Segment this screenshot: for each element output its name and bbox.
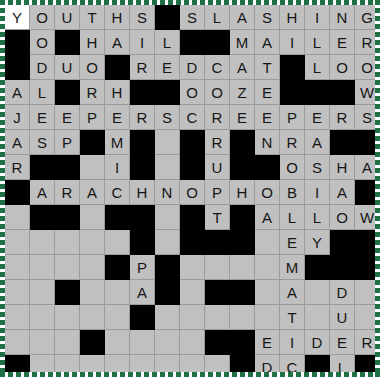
cell-r1c6[interactable]: S <box>130 5 155 30</box>
cell-r1c3[interactable]: U <box>55 5 80 30</box>
cell-r4c2[interactable]: L <box>30 80 55 105</box>
cell-r4c12[interactable] <box>280 80 305 105</box>
cell-r4c7[interactable] <box>155 80 180 105</box>
cell-r11c12[interactable]: M <box>280 255 305 280</box>
cell-r5c11[interactable]: E <box>255 105 280 130</box>
cell-r1c13[interactable]: I <box>305 5 330 30</box>
cell-r9c1[interactable] <box>5 205 30 230</box>
cell-r10c7[interactable] <box>155 230 180 255</box>
cell-r6c12[interactable]: R <box>280 130 305 155</box>
cell-r4c6[interactable] <box>130 80 155 105</box>
cell-r7c2[interactable] <box>30 155 55 180</box>
cell-r6c10[interactable] <box>230 130 255 155</box>
cell-r11c11[interactable] <box>255 255 280 280</box>
cell-r14c11[interactable]: E <box>255 330 280 355</box>
cell-r4c13[interactable] <box>305 80 330 105</box>
cell-r14c5[interactable] <box>105 330 130 355</box>
cell-r7c6[interactable] <box>130 155 155 180</box>
cell-r12c6[interactable]: A <box>130 280 155 305</box>
cell-r12c12[interactable]: A <box>280 280 305 305</box>
cell-r6c5[interactable]: M <box>105 130 130 155</box>
cell-r5c9[interactable]: R <box>205 105 230 130</box>
cell-r6c11[interactable]: N <box>255 130 280 155</box>
cell-r10c13[interactable]: Y <box>305 230 330 255</box>
cell-r8c5[interactable]: C <box>105 180 130 205</box>
cell-r1c11[interactable]: S <box>255 5 280 30</box>
cell-r1c12[interactable]: H <box>280 5 305 30</box>
cell-r3c11[interactable]: T <box>255 55 280 80</box>
cell-r4c3[interactable] <box>55 80 80 105</box>
cell-r2c5[interactable]: A <box>105 30 130 55</box>
cell-r3c7[interactable]: E <box>155 55 180 80</box>
cell-r11c13[interactable] <box>305 255 330 280</box>
cell-r10c6[interactable] <box>130 230 155 255</box>
selection-marquee-corner-bottomleft <box>0 372 5 377</box>
cell-r1c9[interactable]: L <box>205 5 230 30</box>
crossword-grid: YOUTHSSLASHINGOHAILMAILERDUOREDCATLOOALR… <box>5 5 380 379</box>
cell-r7c14[interactable]: H <box>330 155 355 180</box>
cell-r1c4[interactable]: T <box>80 5 105 30</box>
cell-r5c8[interactable]: C <box>180 105 205 130</box>
cell-r13c11[interactable] <box>255 305 280 330</box>
cell-r3c1[interactable] <box>5 55 30 80</box>
cell-r13c1[interactable] <box>5 305 30 330</box>
cell-r4c1[interactable]: A <box>5 80 30 105</box>
cell-r13c7[interactable] <box>155 305 180 330</box>
cell-r2c4[interactable]: H <box>80 30 105 55</box>
cell-r1c8[interactable]: S <box>180 5 205 30</box>
cell-r11c7[interactable] <box>155 255 180 280</box>
cell-r2c11[interactable]: A <box>255 30 280 55</box>
cell-r13c6[interactable] <box>130 305 155 330</box>
cell-r12c5[interactable] <box>105 280 130 305</box>
cell-r9c8[interactable] <box>180 205 205 230</box>
cell-r7c10[interactable] <box>230 155 255 180</box>
cell-r3c3[interactable]: U <box>55 55 80 80</box>
cell-r12c1[interactable] <box>5 280 30 305</box>
cell-r5c7[interactable]: S <box>155 105 180 130</box>
cell-r14c9[interactable] <box>205 330 230 355</box>
selection-marquee-left <box>0 0 5 379</box>
cell-r7c13[interactable]: S <box>305 155 330 180</box>
cell-r8c3[interactable]: R <box>55 180 80 205</box>
cell-r6c1[interactable]: A <box>5 130 30 155</box>
cell-r3c10[interactable]: A <box>230 55 255 80</box>
cell-r12c7[interactable] <box>155 280 180 305</box>
cell-r10c8[interactable] <box>180 230 205 255</box>
cell-r6c3[interactable]: P <box>55 130 80 155</box>
cell-r8c1[interactable] <box>5 180 30 205</box>
cell-r10c1[interactable] <box>5 230 30 255</box>
selection-marquee-corner-topright <box>375 0 380 5</box>
cell-r4c14[interactable] <box>330 80 355 105</box>
cell-r14c6[interactable] <box>130 330 155 355</box>
cell-r14c1[interactable] <box>5 330 30 355</box>
cell-r5c2[interactable]: E <box>30 105 55 130</box>
cell-r5c13[interactable]: E <box>305 105 330 130</box>
cell-r11c2[interactable] <box>30 255 55 280</box>
cell-r6c4[interactable] <box>80 130 105 155</box>
cell-r9c3[interactable] <box>55 205 80 230</box>
selection-marquee-corner-bottomright <box>375 372 380 377</box>
cell-r2c12[interactable]: I <box>280 30 305 55</box>
cell-r3c12[interactable] <box>280 55 305 80</box>
cell-r8c8[interactable]: O <box>180 180 205 205</box>
cell-r14c10[interactable] <box>230 330 255 355</box>
cell-r11c14[interactable] <box>330 255 355 280</box>
cell-r10c2[interactable] <box>30 230 55 255</box>
cell-r14c8[interactable] <box>180 330 205 355</box>
cell-r11c9[interactable] <box>205 255 230 280</box>
cell-r3c5[interactable] <box>105 55 130 80</box>
cell-r2c7[interactable]: L <box>155 30 180 55</box>
cell-r7c4[interactable] <box>80 155 105 180</box>
cell-r8c10[interactable]: H <box>230 180 255 205</box>
crossword-sheet: YOUTHSSLASHINGOHAILMAILERDUOREDCATLOOALR… <box>0 0 380 379</box>
cell-r9c4[interactable] <box>80 205 105 230</box>
cell-r8c7[interactable]: N <box>155 180 180 205</box>
cell-r6c7[interactable] <box>155 130 180 155</box>
cell-r10c12[interactable]: E <box>280 230 305 255</box>
cell-r7c7[interactable] <box>155 155 180 180</box>
cell-r8c11[interactable]: O <box>255 180 280 205</box>
cell-r3c14[interactable]: O <box>330 55 355 80</box>
cell-r7c9[interactable]: U <box>205 155 230 180</box>
cell-r8c9[interactable]: P <box>205 180 230 205</box>
cell-r4c8[interactable]: O <box>180 80 205 105</box>
cell-r10c9[interactable] <box>205 230 230 255</box>
cell-r7c8[interactable] <box>180 155 205 180</box>
cell-r11c6[interactable]: P <box>130 255 155 280</box>
cell-r5c10[interactable]: E <box>230 105 255 130</box>
cell-r5c6[interactable]: R <box>130 105 155 130</box>
cell-r6c13[interactable]: A <box>305 130 330 155</box>
cell-r10c11[interactable] <box>255 230 280 255</box>
cell-r5c12[interactable]: P <box>280 105 305 130</box>
cell-r6c14[interactable] <box>330 130 355 155</box>
cell-r7c11[interactable] <box>255 155 280 180</box>
cell-r1c1[interactable]: Y <box>5 5 30 30</box>
cell-r13c5[interactable] <box>105 305 130 330</box>
cell-r13c12[interactable]: T <box>280 305 305 330</box>
cell-r2c3[interactable] <box>55 30 80 55</box>
cell-r3c2[interactable]: D <box>30 55 55 80</box>
cell-r14c14[interactable]: E <box>330 330 355 355</box>
cell-r13c10[interactable] <box>230 305 255 330</box>
cell-r2c1[interactable] <box>5 30 30 55</box>
cell-r4c10[interactable]: Z <box>230 80 255 105</box>
cell-r8c12[interactable]: B <box>280 180 305 205</box>
cell-r11c4[interactable] <box>80 255 105 280</box>
cell-r11c1[interactable] <box>5 255 30 280</box>
cell-r6c8[interactable] <box>180 130 205 155</box>
cell-r4c9[interactable]: O <box>205 80 230 105</box>
cell-r9c7[interactable] <box>155 205 180 230</box>
cell-r7c3[interactable] <box>55 155 80 180</box>
cell-r12c8[interactable] <box>180 280 205 305</box>
cell-r7c12[interactable]: O <box>280 155 305 180</box>
cell-r12c14[interactable]: D <box>330 280 355 305</box>
cell-r13c13[interactable] <box>305 305 330 330</box>
cell-r2c6[interactable]: I <box>130 30 155 55</box>
cell-r3c8[interactable]: D <box>180 55 205 80</box>
cell-r9c13[interactable]: L <box>305 205 330 230</box>
cell-r9c2[interactable] <box>30 205 55 230</box>
cell-r11c5[interactable] <box>105 255 130 280</box>
cell-r6c9[interactable]: R <box>205 130 230 155</box>
cell-r14c12[interactable]: I <box>280 330 305 355</box>
cell-r5c14[interactable]: R <box>330 105 355 130</box>
cell-r2c14[interactable]: E <box>330 30 355 55</box>
cell-r13c4[interactable] <box>80 305 105 330</box>
cell-r8c2[interactable]: A <box>30 180 55 205</box>
cell-r12c9[interactable] <box>205 280 230 305</box>
cell-r3c13[interactable]: L <box>305 55 330 80</box>
cell-r1c14[interactable]: N <box>330 5 355 30</box>
cell-r2c9[interactable] <box>205 30 230 55</box>
cell-r9c6[interactable] <box>130 205 155 230</box>
cell-r2c8[interactable] <box>180 30 205 55</box>
cell-r13c2[interactable] <box>30 305 55 330</box>
cell-r14c2[interactable] <box>30 330 55 355</box>
cell-r10c4[interactable] <box>80 230 105 255</box>
cell-r12c11[interactable] <box>255 280 280 305</box>
cell-r6c2[interactable]: S <box>30 130 55 155</box>
cell-r14c4[interactable] <box>80 330 105 355</box>
cell-r14c13[interactable]: D <box>305 330 330 355</box>
cell-r4c4[interactable]: R <box>80 80 105 105</box>
cell-r5c4[interactable]: P <box>80 105 105 130</box>
cell-r5c5[interactable]: E <box>105 105 130 130</box>
cell-r1c10[interactable]: A <box>230 5 255 30</box>
cell-r13c3[interactable] <box>55 305 80 330</box>
cell-r9c14[interactable]: O <box>330 205 355 230</box>
cell-r12c4[interactable] <box>80 280 105 305</box>
cell-r3c6[interactable]: R <box>130 55 155 80</box>
cell-r12c13[interactable] <box>305 280 330 305</box>
cell-r11c10[interactable] <box>230 255 255 280</box>
cell-r9c9[interactable]: T <box>205 205 230 230</box>
cell-r4c11[interactable]: E <box>255 80 280 105</box>
cell-r9c12[interactable]: L <box>280 205 305 230</box>
cell-r10c3[interactable] <box>55 230 80 255</box>
cell-r11c8[interactable] <box>180 255 205 280</box>
cell-r13c8[interactable] <box>180 305 205 330</box>
cell-r9c5[interactable] <box>105 205 130 230</box>
cell-r6c6[interactable] <box>130 130 155 155</box>
cell-r10c5[interactable] <box>105 230 130 255</box>
selection-marquee-top <box>0 0 380 5</box>
cell-r7c1[interactable]: R <box>5 155 30 180</box>
cell-r2c2[interactable]: O <box>30 30 55 55</box>
cell-r3c9[interactable]: C <box>205 55 230 80</box>
cell-r8c4[interactable]: A <box>80 180 105 205</box>
cell-r1c5[interactable]: H <box>105 5 130 30</box>
selection-marquee-corner-topleft <box>0 0 5 5</box>
cell-r13c14[interactable]: U <box>330 305 355 330</box>
cell-r9c11[interactable]: A <box>255 205 280 230</box>
cell-r4c5[interactable]: H <box>105 80 130 105</box>
cell-r10c14[interactable] <box>330 230 355 255</box>
cell-r11c3[interactable] <box>55 255 80 280</box>
cell-r12c10[interactable] <box>230 280 255 305</box>
cell-r1c2[interactable]: O <box>30 5 55 30</box>
cell-r5c1[interactable]: J <box>5 105 30 130</box>
selection-marquee-right <box>375 0 380 379</box>
cell-r12c3[interactable] <box>55 280 80 305</box>
cell-r10c10[interactable] <box>230 230 255 255</box>
cell-r2c10[interactable]: M <box>230 30 255 55</box>
cell-r7c5[interactable]: I <box>105 155 130 180</box>
cell-r8c14[interactable]: A <box>330 180 355 205</box>
cell-r14c7[interactable] <box>155 330 180 355</box>
cell-r5c3[interactable]: E <box>55 105 80 130</box>
cell-r8c6[interactable]: H <box>130 180 155 205</box>
cell-r9c10[interactable] <box>230 205 255 230</box>
cell-r2c13[interactable]: L <box>305 30 330 55</box>
cell-r13c9[interactable] <box>205 305 230 330</box>
cell-r1c7[interactable] <box>155 5 180 30</box>
cell-r12c2[interactable] <box>30 280 55 305</box>
cell-r3c4[interactable]: O <box>80 55 105 80</box>
cell-r14c3[interactable] <box>55 330 80 355</box>
cell-r8c13[interactable]: I <box>305 180 330 205</box>
